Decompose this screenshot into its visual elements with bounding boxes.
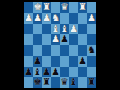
square-b4[interactable] [78,34,87,45]
square-d1[interactable]: ♛ [60,2,69,13]
square-d2[interactable] [60,13,69,24]
white-pawn[interactable]: ♟ [33,13,42,24]
black-pawn[interactable]: ♟ [60,34,69,45]
square-h5[interactable] [24,45,33,56]
square-d5[interactable] [60,45,69,56]
square-f8[interactable]: ♜ [42,77,51,88]
square-a8[interactable]: ♜ [87,77,96,88]
black-queen[interactable]: ♛ [60,77,69,88]
black-pawn[interactable]: ♟ [24,67,33,78]
square-c1[interactable] [69,2,78,13]
square-e6[interactable] [51,56,60,67]
square-h8[interactable] [24,77,33,88]
square-g3[interactable] [33,24,42,35]
square-g6[interactable]: ♟ [33,56,42,67]
square-e4[interactable]: ♟ [51,34,60,45]
square-d8[interactable]: ♛ [60,77,69,88]
square-h4[interactable] [24,34,33,45]
black-knight[interactable]: ♞ [87,45,96,56]
square-a3[interactable] [87,24,96,35]
black-pawn[interactable]: ♟ [78,56,87,67]
square-h7[interactable]: ♟ [24,67,33,78]
white-rook[interactable]: ♜ [78,2,87,13]
square-c3[interactable]: ♟ [69,24,78,35]
square-b3[interactable] [78,24,87,35]
white-pawn[interactable]: ♟ [87,13,96,24]
square-a6[interactable] [87,56,96,67]
square-b1[interactable]: ♜ [78,2,87,13]
square-g4[interactable] [33,34,42,45]
white-queen[interactable]: ♛ [60,2,69,13]
square-f6[interactable] [42,56,51,67]
square-c8[interactable]: ♝ [69,77,78,88]
square-f5[interactable] [42,45,51,56]
square-e8[interactable] [51,77,60,88]
square-b2[interactable] [78,13,87,24]
white-pawn[interactable]: ♟ [51,34,60,45]
white-pawn[interactable]: ♟ [24,13,33,24]
black-rook[interactable]: ♜ [42,77,51,88]
white-pawn[interactable]: ♟ [42,13,51,24]
square-e5[interactable] [51,45,60,56]
black-pawn[interactable]: ♟ [33,56,42,67]
square-g2[interactable]: ♟ [33,13,42,24]
square-b6[interactable]: ♟ [78,56,87,67]
square-c4[interactable] [69,34,78,45]
white-pawn[interactable]: ♟ [69,24,78,35]
square-a2[interactable]: ♟ [87,13,96,24]
square-b7[interactable] [78,67,87,78]
square-d4[interactable]: ♟ [60,34,69,45]
square-g8[interactable]: ♚ [33,77,42,88]
square-b8[interactable] [78,77,87,88]
square-f4[interactable] [42,34,51,45]
black-bishop[interactable]: ♝ [69,77,78,88]
white-knight[interactable]: ♞ [51,13,60,24]
square-h2[interactable]: ♟ [24,13,33,24]
chess-board: ♚♜♛♜♟♟♟♞♟♝♝♟♟♟♞♟♟♟♝♟♟♚♜♛♝♜ [24,2,96,88]
video-frame: ♚♜♛♜♟♟♟♞♟♝♝♟♟♟♞♟♟♟♝♟♟♚♜♛♝♜ [0,0,120,90]
square-f3[interactable] [42,24,51,35]
square-h6[interactable] [24,56,33,67]
square-e7[interactable]: ♟ [51,67,60,78]
square-d6[interactable] [60,56,69,67]
square-a5[interactable]: ♞ [87,45,96,56]
square-f2[interactable]: ♟ [42,13,51,24]
square-c6[interactable] [69,56,78,67]
square-h3[interactable] [24,24,33,35]
square-c5[interactable] [69,45,78,56]
square-e2[interactable]: ♞ [51,13,60,24]
black-king[interactable]: ♚ [33,77,42,88]
square-c2[interactable] [69,13,78,24]
black-rook[interactable]: ♜ [87,77,96,88]
black-pawn[interactable]: ♟ [51,67,60,78]
